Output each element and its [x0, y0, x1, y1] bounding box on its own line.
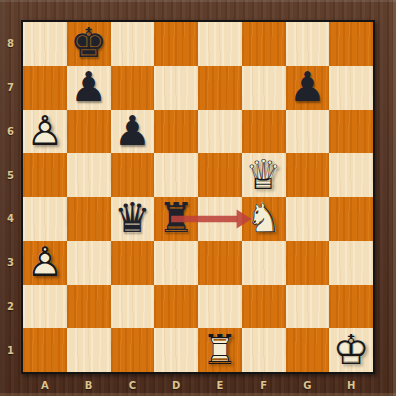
piece-glyph-outline: ♙ [23, 110, 67, 154]
square-c8[interactable] [111, 22, 155, 66]
square-b2[interactable] [67, 285, 111, 329]
black-pawn[interactable]: ♟ [286, 66, 330, 110]
square-g4[interactable] [286, 197, 330, 241]
white-pawn[interactable]: ♟♙ [23, 110, 67, 154]
square-b8[interactable]: ♚ [67, 22, 111, 66]
file-label-d: D [154, 374, 198, 396]
square-e7[interactable] [198, 66, 242, 110]
square-g2[interactable] [286, 285, 330, 329]
square-e3[interactable] [198, 241, 242, 285]
rank-label-3: 3 [0, 241, 21, 285]
square-a1[interactable] [23, 328, 67, 372]
square-c5[interactable] [111, 153, 155, 197]
square-h5[interactable] [329, 153, 373, 197]
square-f2[interactable] [242, 285, 286, 329]
square-g1[interactable] [286, 328, 330, 372]
file-label-e: E [198, 374, 242, 396]
square-d5[interactable] [154, 153, 198, 197]
black-king[interactable]: ♚ [67, 22, 111, 66]
square-d4[interactable]: ♜ [154, 197, 198, 241]
rank-label-6: 6 [0, 110, 21, 154]
square-a6[interactable]: ♟♙ [23, 110, 67, 154]
square-b7[interactable]: ♟ [67, 66, 111, 110]
square-h7[interactable] [329, 66, 373, 110]
file-label-c: C [111, 374, 155, 396]
square-e6[interactable] [198, 110, 242, 154]
rank-label-5: 5 [0, 153, 21, 197]
square-g5[interactable] [286, 153, 330, 197]
square-e2[interactable] [198, 285, 242, 329]
square-f1[interactable] [242, 328, 286, 372]
file-label-a: A [23, 374, 67, 396]
square-e4[interactable] [198, 197, 242, 241]
square-h6[interactable] [329, 110, 373, 154]
piece-glyph-fill: ♜ [154, 197, 198, 241]
piece-glyph-fill: ♛ [111, 197, 155, 241]
square-c7[interactable] [111, 66, 155, 110]
square-g3[interactable] [286, 241, 330, 285]
square-g7[interactable]: ♟ [286, 66, 330, 110]
square-d3[interactable] [154, 241, 198, 285]
piece-glyph-outline: ♘ [242, 197, 286, 241]
square-b6[interactable] [67, 110, 111, 154]
square-c1[interactable] [111, 328, 155, 372]
square-a3[interactable]: ♟♙ [23, 241, 67, 285]
piece-glyph-fill: ♟ [67, 66, 111, 110]
square-c6[interactable]: ♟ [111, 110, 155, 154]
square-a8[interactable] [23, 22, 67, 66]
rank-label-7: 7 [0, 66, 21, 110]
square-e1[interactable]: ♜♖ [198, 328, 242, 372]
square-b5[interactable] [67, 153, 111, 197]
square-h3[interactable] [329, 241, 373, 285]
piece-glyph-outline: ♔ [329, 328, 373, 372]
white-king[interactable]: ♚♔ [329, 328, 373, 372]
square-a5[interactable] [23, 153, 67, 197]
square-d6[interactable] [154, 110, 198, 154]
rank-label-8: 8 [0, 22, 21, 66]
square-h2[interactable] [329, 285, 373, 329]
black-pawn[interactable]: ♟ [67, 66, 111, 110]
square-d8[interactable] [154, 22, 198, 66]
chess-app-screenshot: ♚♟♟♟♙♟♛♕♛♜♞♘♟♙♜♖♚♔ 87654321 ABCDEFGH [0, 0, 396, 396]
piece-glyph-outline: ♖ [198, 328, 242, 372]
square-d7[interactable] [154, 66, 198, 110]
square-f5[interactable]: ♛♕ [242, 153, 286, 197]
file-label-h: H [329, 374, 373, 396]
square-b4[interactable] [67, 197, 111, 241]
black-rook[interactable]: ♜ [154, 197, 198, 241]
piece-glyph-fill: ♟ [286, 66, 330, 110]
rank-label-4: 4 [0, 197, 21, 241]
white-knight[interactable]: ♞♘ [242, 197, 286, 241]
chess-board: ♚♟♟♟♙♟♛♕♛♜♞♘♟♙♜♖♚♔ [21, 20, 375, 374]
square-b3[interactable] [67, 241, 111, 285]
file-label-b: B [67, 374, 111, 396]
square-g8[interactable] [286, 22, 330, 66]
piece-glyph-outline: ♕ [242, 153, 286, 197]
rank-label-2: 2 [0, 285, 21, 329]
square-d2[interactable] [154, 285, 198, 329]
square-d1[interactable] [154, 328, 198, 372]
square-c2[interactable] [111, 285, 155, 329]
square-b1[interactable] [67, 328, 111, 372]
square-g6[interactable] [286, 110, 330, 154]
file-label-f: F [242, 374, 286, 396]
black-queen[interactable]: ♛ [111, 197, 155, 241]
square-c3[interactable] [111, 241, 155, 285]
square-a2[interactable] [23, 285, 67, 329]
white-queen[interactable]: ♛♕ [242, 153, 286, 197]
square-h4[interactable] [329, 197, 373, 241]
rank-label-1: 1 [0, 328, 21, 372]
white-pawn[interactable]: ♟♙ [23, 241, 67, 285]
square-c4[interactable]: ♛ [111, 197, 155, 241]
piece-glyph-fill: ♟ [111, 110, 155, 154]
square-h1[interactable]: ♚♔ [329, 328, 373, 372]
square-f6[interactable] [242, 110, 286, 154]
square-f8[interactable] [242, 22, 286, 66]
square-e8[interactable] [198, 22, 242, 66]
file-label-g: G [286, 374, 330, 396]
square-e5[interactable] [198, 153, 242, 197]
square-f4[interactable]: ♞♘ [242, 197, 286, 241]
file-labels: ABCDEFGH [23, 374, 373, 396]
square-h8[interactable] [329, 22, 373, 66]
piece-glyph-fill: ♚ [67, 22, 111, 66]
piece-glyph-outline: ♙ [23, 241, 67, 285]
square-a7[interactable] [23, 66, 67, 110]
white-rook[interactable]: ♜♖ [198, 328, 242, 372]
square-f3[interactable] [242, 241, 286, 285]
square-f7[interactable] [242, 66, 286, 110]
rank-labels: 87654321 [0, 22, 21, 372]
square-a4[interactable] [23, 197, 67, 241]
black-pawn[interactable]: ♟ [111, 110, 155, 154]
